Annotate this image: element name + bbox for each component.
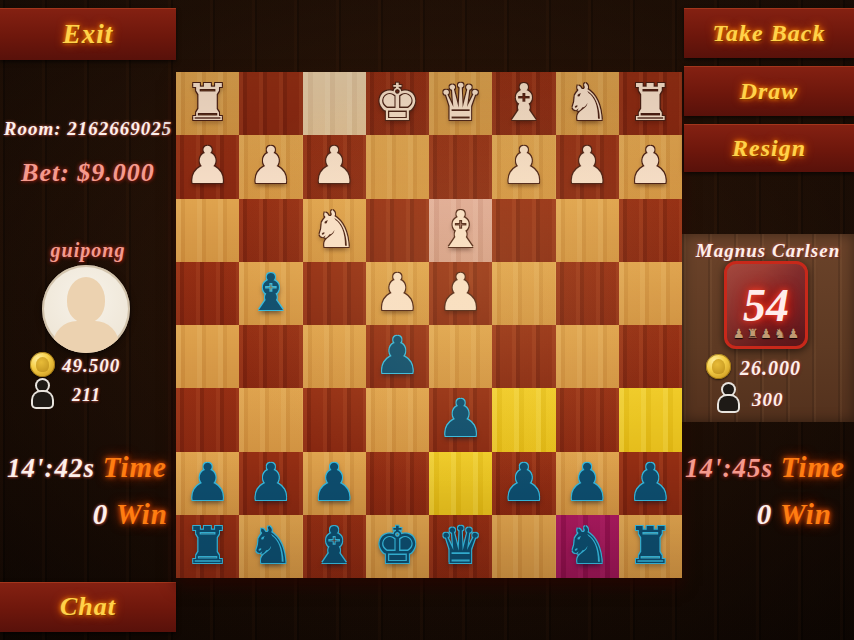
left-player-members: 211	[72, 386, 142, 404]
square-d3[interactable]: ♝	[429, 199, 492, 262]
white-queen: ♛	[438, 77, 484, 128]
bet-label: Bet: $9.000	[0, 160, 176, 186]
square-h4[interactable]	[176, 262, 239, 325]
right-player-name: Magnus Carlsen	[682, 241, 854, 260]
square-f7[interactable]: ♟	[303, 452, 366, 515]
avatar-photo-chess-pieces: ♟♜♟♞♟	[733, 326, 801, 342]
black-pawn: ♟	[501, 457, 547, 508]
right-win-value: 0	[757, 498, 773, 530]
right-player-coins: 26.000	[740, 358, 840, 378]
black-queen: ♛	[438, 520, 484, 571]
square-h7[interactable]: ♟	[176, 452, 239, 515]
black-pawn: ♟	[375, 330, 421, 381]
left-win-label: Win	[116, 498, 168, 530]
square-g8[interactable]: ♞	[239, 515, 302, 578]
square-f6[interactable]	[303, 388, 366, 451]
square-e4[interactable]: ♟	[366, 262, 429, 325]
black-pawn: ♟	[564, 457, 610, 508]
coin-icon	[706, 354, 731, 379]
square-c6[interactable]	[492, 388, 555, 451]
white-pawn: ♟	[311, 140, 357, 191]
left-player-name: guipong	[0, 240, 176, 260]
draw-button[interactable]: Draw	[684, 66, 854, 116]
square-f1[interactable]	[303, 72, 366, 135]
right-time-value: 14':45s	[685, 453, 773, 483]
square-b1[interactable]: ♞	[556, 72, 619, 135]
square-a4[interactable]	[619, 262, 682, 325]
square-c8[interactable]	[492, 515, 555, 578]
black-bishop: ♝	[311, 520, 357, 571]
square-f2[interactable]: ♟	[303, 135, 366, 198]
take-back-button[interactable]: Take Back	[684, 8, 854, 58]
square-c3[interactable]	[492, 199, 555, 262]
white-rook: ♜	[185, 77, 231, 128]
room-label: Room: 2162669025	[0, 119, 176, 138]
square-a1[interactable]: ♜	[619, 72, 682, 135]
square-e1[interactable]: ♚	[366, 72, 429, 135]
square-g5[interactable]	[239, 325, 302, 388]
black-rook: ♜	[185, 520, 231, 571]
square-g2[interactable]: ♟	[239, 135, 302, 198]
avatar-body-silhouette	[53, 321, 119, 353]
left-time-label: Time	[103, 451, 167, 483]
square-h5[interactable]	[176, 325, 239, 388]
square-c1[interactable]: ♝	[492, 72, 555, 135]
black-pawn: ♟	[628, 457, 674, 508]
square-c7[interactable]: ♟	[492, 452, 555, 515]
square-e3[interactable]	[366, 199, 429, 262]
square-e2[interactable]	[366, 135, 429, 198]
square-a5[interactable]	[619, 325, 682, 388]
exit-button[interactable]: Exit	[0, 8, 176, 60]
black-bishop: ♝	[248, 267, 294, 318]
square-a7[interactable]: ♟	[619, 452, 682, 515]
square-b2[interactable]: ♟	[556, 135, 619, 198]
coin-icon	[30, 352, 55, 377]
square-e8[interactable]: ♚	[366, 515, 429, 578]
chat-button[interactable]: Chat	[0, 582, 176, 632]
white-pawn: ♟	[628, 140, 674, 191]
black-pawn: ♟	[438, 393, 484, 444]
square-b6[interactable]	[556, 388, 619, 451]
resign-button[interactable]: Resign	[684, 124, 854, 172]
black-pawn: ♟	[185, 457, 231, 508]
square-g4[interactable]: ♝	[239, 262, 302, 325]
square-g3[interactable]	[239, 199, 302, 262]
square-e6[interactable]	[366, 388, 429, 451]
square-d1[interactable]: ♛	[429, 72, 492, 135]
square-d8[interactable]: ♛	[429, 515, 492, 578]
square-c5[interactable]	[492, 325, 555, 388]
left-player-coins: 49.500	[62, 356, 152, 375]
square-h2[interactable]: ♟	[176, 135, 239, 198]
square-b3[interactable]	[556, 199, 619, 262]
white-pawn: ♟	[564, 140, 610, 191]
right-player-members: 300	[752, 390, 832, 409]
black-knight: ♞	[248, 520, 294, 571]
square-h8[interactable]: ♜	[176, 515, 239, 578]
square-b7[interactable]: ♟	[556, 452, 619, 515]
black-pawn: ♟	[311, 457, 357, 508]
square-h1[interactable]: ♜	[176, 72, 239, 135]
white-pawn: ♟	[375, 267, 421, 318]
white-pawn: ♟	[438, 267, 484, 318]
square-g7[interactable]: ♟	[239, 452, 302, 515]
white-pawn: ♟	[501, 140, 547, 191]
black-pawn: ♟	[248, 457, 294, 508]
square-e7[interactable]	[366, 452, 429, 515]
square-g6[interactable]	[239, 388, 302, 451]
left-player-avatar[interactable]	[42, 265, 130, 353]
white-king: ♚	[375, 77, 421, 128]
square-d7[interactable]	[429, 452, 492, 515]
square-d2[interactable]	[429, 135, 492, 198]
left-time-row: 14':42s Time	[0, 453, 178, 482]
square-e5[interactable]: ♟	[366, 325, 429, 388]
square-b5[interactable]	[556, 325, 619, 388]
square-a2[interactable]: ♟	[619, 135, 682, 198]
member-icon	[32, 380, 54, 408]
square-a8[interactable]: ♜	[619, 515, 682, 578]
member-icon	[718, 384, 740, 412]
right-win-label: Win	[780, 498, 832, 530]
left-win-row: 0 Win	[0, 500, 168, 529]
white-pawn: ♟	[185, 140, 231, 191]
square-d6[interactable]: ♟	[429, 388, 492, 451]
white-knight: ♞	[564, 77, 610, 128]
right-time-label: Time	[781, 451, 845, 483]
square-a3[interactable]	[619, 199, 682, 262]
white-knight: ♞	[311, 204, 357, 255]
square-b8[interactable]: ♞	[556, 515, 619, 578]
white-pawn: ♟	[248, 140, 294, 191]
square-d4[interactable]: ♟	[429, 262, 492, 325]
left-win-value: 0	[93, 498, 109, 530]
left-time-value: 14':42s	[7, 453, 95, 483]
square-f5[interactable]	[303, 325, 366, 388]
square-f3[interactable]: ♞	[303, 199, 366, 262]
square-d5[interactable]	[429, 325, 492, 388]
square-c2[interactable]: ♟	[492, 135, 555, 198]
square-b4[interactable]	[556, 262, 619, 325]
square-a6[interactable]	[619, 388, 682, 451]
white-bishop: ♝	[501, 77, 547, 128]
white-rook: ♜	[628, 77, 674, 128]
square-h6[interactable]	[176, 388, 239, 451]
white-bishop: ♝	[438, 204, 484, 255]
square-h3[interactable]	[176, 199, 239, 262]
chess-app-screen: Exit Room: 2162669025 Bet: $9.000 guipon…	[0, 0, 854, 640]
square-f4[interactable]	[303, 262, 366, 325]
black-king: ♚	[375, 520, 421, 571]
square-f8[interactable]: ♝	[303, 515, 366, 578]
right-player-avatar[interactable]: 54 ♟♜♟♞♟	[724, 261, 808, 349]
black-knight: ♞	[564, 520, 610, 571]
right-win-row: 0 Win	[682, 500, 832, 529]
avatar-head-silhouette	[67, 277, 105, 323]
square-c4[interactable]	[492, 262, 555, 325]
black-rook: ♜	[628, 520, 674, 571]
right-time-row: 14':45s Time	[674, 453, 854, 482]
square-g1[interactable]	[239, 72, 302, 135]
avatar-timer-badge: 54	[743, 279, 789, 332]
chess-board[interactable]: ♜♚♛♝♞♜♟♟♟♟♟♟♞♝♝♟♟♟♟♟♟♟♟♟♟♜♞♝♚♛♞♜	[176, 72, 682, 578]
